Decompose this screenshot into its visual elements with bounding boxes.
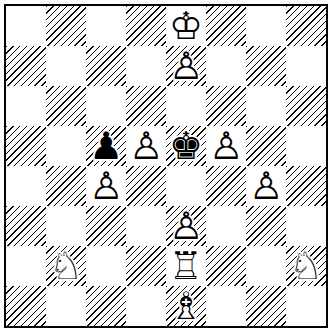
square-f6 xyxy=(206,86,246,126)
square-a6 xyxy=(6,86,46,126)
white-knight-outline-layer: ♘ xyxy=(46,246,86,286)
square-a4 xyxy=(6,166,46,206)
black-king: ♚ xyxy=(166,126,206,166)
white-pawn: ♟♙ xyxy=(86,166,126,206)
square-a8 xyxy=(6,6,46,46)
white-bishop: ♝♗ xyxy=(166,286,206,326)
square-b8 xyxy=(46,6,86,46)
square-f8 xyxy=(206,6,246,46)
white-pawn-outline-layer: ♙ xyxy=(206,126,246,166)
square-c8 xyxy=(86,6,126,46)
white-pawn: ♟♙ xyxy=(126,126,166,166)
square-b2: ♞♘ xyxy=(46,246,86,286)
square-f1 xyxy=(206,286,246,326)
square-c6 xyxy=(86,86,126,126)
square-h8 xyxy=(286,6,326,46)
square-c7 xyxy=(86,46,126,86)
square-g3 xyxy=(246,206,286,246)
square-c4: ♟♙ xyxy=(86,166,126,206)
white-king-outline-layer: ♔ xyxy=(166,6,206,46)
white-pawn: ♟♙ xyxy=(166,206,206,246)
square-g4: ♟♙ xyxy=(246,166,286,206)
square-h2: ♞♘ xyxy=(286,246,326,286)
square-e1: ♝♗ xyxy=(166,286,206,326)
square-d2 xyxy=(126,246,166,286)
square-e7: ♟♙ xyxy=(166,46,206,86)
square-c3 xyxy=(86,206,126,246)
square-b1 xyxy=(46,286,86,326)
square-f2 xyxy=(206,246,246,286)
square-h7 xyxy=(286,46,326,86)
white-bishop-outline-layer: ♗ xyxy=(166,286,206,326)
square-h4 xyxy=(286,166,326,206)
square-g7 xyxy=(246,46,286,86)
square-c1 xyxy=(86,286,126,326)
square-e5: ♚ xyxy=(166,126,206,166)
square-d8 xyxy=(126,6,166,46)
square-d6 xyxy=(126,86,166,126)
square-a5 xyxy=(6,126,46,166)
white-rook: ♜♖ xyxy=(166,246,206,286)
chess-diagram: ♚♔♟♙♟♟♙♚♟♙♟♙♟♙♟♙♞♘♜♖♞♘♝♗ xyxy=(0,0,332,332)
white-knight-outline-layer: ♘ xyxy=(286,246,326,286)
square-d4 xyxy=(126,166,166,206)
square-b3 xyxy=(46,206,86,246)
white-pawn: ♟♙ xyxy=(166,46,206,86)
white-pawn-outline-layer: ♙ xyxy=(246,166,286,206)
white-pawn: ♟♙ xyxy=(246,166,286,206)
black-pawn-fill-layer: ♟ xyxy=(86,126,126,166)
square-f7 xyxy=(206,46,246,86)
square-c5: ♟ xyxy=(86,126,126,166)
square-c2 xyxy=(86,246,126,286)
square-b4 xyxy=(46,166,86,206)
square-e6 xyxy=(166,86,206,126)
white-pawn-outline-layer: ♙ xyxy=(126,126,166,166)
square-e2: ♜♖ xyxy=(166,246,206,286)
square-d5: ♟♙ xyxy=(126,126,166,166)
white-pawn-outline-layer: ♙ xyxy=(166,206,206,246)
black-king-fill-layer: ♚ xyxy=(166,126,206,166)
square-a7 xyxy=(6,46,46,86)
square-e3: ♟♙ xyxy=(166,206,206,246)
square-f5: ♟♙ xyxy=(206,126,246,166)
square-a2 xyxy=(6,246,46,286)
square-b6 xyxy=(46,86,86,126)
square-g2 xyxy=(246,246,286,286)
square-g8 xyxy=(246,6,286,46)
black-pawn: ♟ xyxy=(86,126,126,166)
white-knight: ♞♘ xyxy=(46,246,86,286)
square-g1 xyxy=(246,286,286,326)
square-e8: ♚♔ xyxy=(166,6,206,46)
square-b7 xyxy=(46,46,86,86)
white-king: ♚♔ xyxy=(166,6,206,46)
square-h3 xyxy=(286,206,326,246)
square-d3 xyxy=(126,206,166,246)
white-pawn-outline-layer: ♙ xyxy=(166,46,206,86)
square-a1 xyxy=(6,286,46,326)
square-d7 xyxy=(126,46,166,86)
white-pawn: ♟♙ xyxy=(206,126,246,166)
square-h5 xyxy=(286,126,326,166)
square-f4 xyxy=(206,166,246,206)
white-rook-outline-layer: ♖ xyxy=(166,246,206,286)
square-a3 xyxy=(6,206,46,246)
square-h6 xyxy=(286,86,326,126)
square-h1 xyxy=(286,286,326,326)
square-e4 xyxy=(166,166,206,206)
square-b5 xyxy=(46,126,86,166)
square-g5 xyxy=(246,126,286,166)
square-g6 xyxy=(246,86,286,126)
square-d1 xyxy=(126,286,166,326)
white-knight: ♞♘ xyxy=(286,246,326,286)
chess-board: ♚♔♟♙♟♟♙♚♟♙♟♙♟♙♟♙♞♘♜♖♞♘♝♗ xyxy=(6,6,326,326)
square-f3 xyxy=(206,206,246,246)
white-pawn-outline-layer: ♙ xyxy=(86,166,126,206)
